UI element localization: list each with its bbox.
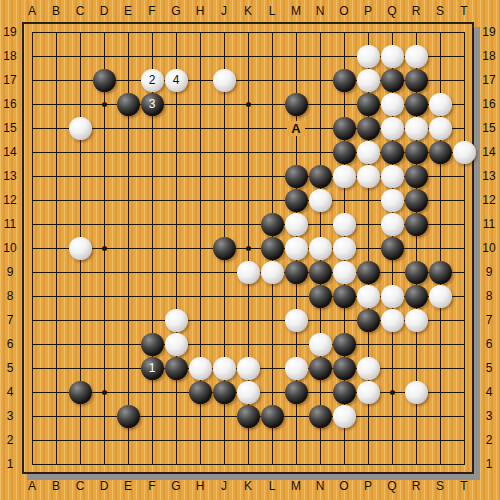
stone-white-P4[interactable]: [357, 381, 380, 404]
move-number-1: 1: [141, 357, 164, 380]
hoshi-Q4: [390, 390, 395, 395]
stone-white-O13[interactable]: [333, 165, 356, 188]
coord-bottom-R: R: [407, 479, 425, 493]
stone-white-S8[interactable]: [429, 285, 452, 308]
stone-black-S14[interactable]: [429, 141, 452, 164]
coord-top-F: F: [143, 4, 161, 18]
stone-white-Q18[interactable]: [381, 45, 404, 68]
stone-white-M10[interactable]: [285, 237, 308, 260]
stone-white-P17[interactable]: [357, 69, 380, 92]
stone-white-M5[interactable]: [285, 357, 308, 380]
stone-white-Q12[interactable]: [381, 189, 404, 212]
coord-top-B: B: [47, 4, 65, 18]
stone-black-M13[interactable]: [285, 165, 308, 188]
coord-left-3: 3: [0, 409, 20, 423]
stone-white-O9[interactable]: [333, 261, 356, 284]
stone-white-N6[interactable]: [309, 333, 332, 356]
coord-right-17: 17: [479, 73, 499, 87]
stone-black-M12[interactable]: [285, 189, 308, 212]
stone-black-Q10[interactable]: [381, 237, 404, 260]
coord-right-13: 13: [479, 169, 499, 183]
coord-top-T: T: [455, 4, 473, 18]
coord-bottom-B: B: [47, 479, 65, 493]
stone-white-Q7[interactable]: [381, 309, 404, 332]
stone-black-M4[interactable]: [285, 381, 308, 404]
point-label-A: A: [287, 121, 305, 136]
coord-bottom-K: K: [239, 479, 257, 493]
stone-black-F5[interactable]: 1: [141, 357, 164, 380]
grid-line-horizontal: [32, 344, 465, 345]
stone-white-R7[interactable]: [405, 309, 428, 332]
stone-black-J4[interactable]: [213, 381, 236, 404]
coord-right-14: 14: [479, 145, 499, 159]
stone-white-S16[interactable]: [429, 93, 452, 116]
coord-right-8: 8: [479, 289, 499, 303]
coord-right-19: 19: [479, 25, 499, 39]
move-number-2: 2: [141, 69, 164, 92]
stone-black-R12[interactable]: [405, 189, 428, 212]
coord-bottom-C: C: [71, 479, 89, 493]
stone-white-Q8[interactable]: [381, 285, 404, 308]
stone-black-R11[interactable]: [405, 213, 428, 236]
stone-white-Q16[interactable]: [381, 93, 404, 116]
coord-bottom-H: H: [191, 479, 209, 493]
coord-top-J: J: [215, 4, 233, 18]
stone-black-R8[interactable]: [405, 285, 428, 308]
coord-top-G: G: [167, 4, 185, 18]
coord-right-5: 5: [479, 361, 499, 375]
stone-white-N10[interactable]: [309, 237, 332, 260]
hoshi-D10: [102, 246, 107, 251]
hoshi-D4: [102, 390, 107, 395]
coord-top-R: R: [407, 4, 425, 18]
stone-black-R9[interactable]: [405, 261, 428, 284]
coord-right-3: 3: [479, 409, 499, 423]
coord-left-7: 7: [0, 313, 20, 327]
coord-top-N: N: [311, 4, 329, 18]
coord-right-18: 18: [479, 49, 499, 63]
coord-top-O: O: [335, 4, 353, 18]
stone-white-O3[interactable]: [333, 405, 356, 428]
coord-bottom-F: F: [143, 479, 161, 493]
stone-black-R17[interactable]: [405, 69, 428, 92]
coord-right-16: 16: [479, 97, 499, 111]
stone-black-E16[interactable]: [117, 93, 140, 116]
coord-left-14: 14: [0, 145, 20, 159]
stone-black-O6[interactable]: [333, 333, 356, 356]
stone-black-K3[interactable]: [237, 405, 260, 428]
stone-black-O5[interactable]: [333, 357, 356, 380]
stone-white-G17[interactable]: 4: [165, 69, 188, 92]
stone-black-O15[interactable]: [333, 117, 356, 140]
coord-left-10: 10: [0, 241, 20, 255]
stone-black-L11[interactable]: [261, 213, 284, 236]
stone-black-Q17[interactable]: [381, 69, 404, 92]
stone-black-H4[interactable]: [189, 381, 212, 404]
stone-black-E3[interactable]: [117, 405, 140, 428]
stone-black-F6[interactable]: [141, 333, 164, 356]
coord-left-9: 9: [0, 265, 20, 279]
stone-white-M11[interactable]: [285, 213, 308, 236]
coord-bottom-M: M: [287, 479, 305, 493]
stone-white-P18[interactable]: [357, 45, 380, 68]
stone-black-O4[interactable]: [333, 381, 356, 404]
stone-white-P13[interactable]: [357, 165, 380, 188]
stone-black-R16[interactable]: [405, 93, 428, 116]
stone-black-R13[interactable]: [405, 165, 428, 188]
stone-white-O11[interactable]: [333, 213, 356, 236]
coord-bottom-S: S: [431, 479, 449, 493]
stone-white-T14[interactable]: [453, 141, 476, 164]
coord-right-12: 12: [479, 193, 499, 207]
coord-left-15: 15: [0, 121, 20, 135]
stone-white-R4[interactable]: [405, 381, 428, 404]
stone-black-F16[interactable]: 3: [141, 93, 164, 116]
coord-right-10: 10: [479, 241, 499, 255]
stone-black-Q14[interactable]: [381, 141, 404, 164]
coord-right-4: 4: [479, 385, 499, 399]
coord-bottom-D: D: [95, 479, 113, 493]
stone-black-P16[interactable]: [357, 93, 380, 116]
hoshi-K10: [246, 246, 251, 251]
coord-bottom-Q: Q: [383, 479, 401, 493]
stone-black-N3[interactable]: [309, 405, 332, 428]
move-number-3: 3: [141, 93, 164, 116]
coord-bottom-G: G: [167, 479, 185, 493]
stone-white-K5[interactable]: [237, 357, 260, 380]
coord-right-9: 9: [479, 265, 499, 279]
coord-top-C: C: [71, 4, 89, 18]
stone-black-O8[interactable]: [333, 285, 356, 308]
coord-bottom-O: O: [335, 479, 353, 493]
coord-top-D: D: [95, 4, 113, 18]
stone-white-N12[interactable]: [309, 189, 332, 212]
coord-left-16: 16: [0, 97, 20, 111]
stone-white-M7[interactable]: [285, 309, 308, 332]
coord-left-1: 1: [0, 457, 20, 471]
coord-left-4: 4: [0, 385, 20, 399]
stone-white-G7[interactable]: [165, 309, 188, 332]
stone-white-O10[interactable]: [333, 237, 356, 260]
hoshi-D16: [102, 102, 107, 107]
coord-left-6: 6: [0, 337, 20, 351]
stone-black-M9[interactable]: [285, 261, 308, 284]
stone-black-N9[interactable]: [309, 261, 332, 284]
stone-white-P5[interactable]: [357, 357, 380, 380]
coord-left-5: 5: [0, 361, 20, 375]
stone-white-G6[interactable]: [165, 333, 188, 356]
stone-white-J5[interactable]: [213, 357, 236, 380]
stone-black-J10[interactable]: [213, 237, 236, 260]
stone-white-C10[interactable]: [69, 237, 92, 260]
stone-white-K4[interactable]: [237, 381, 260, 404]
coord-left-13: 13: [0, 169, 20, 183]
stone-white-C15[interactable]: [69, 117, 92, 140]
coord-top-M: M: [287, 4, 305, 18]
coord-left-17: 17: [0, 73, 20, 87]
stone-white-J17[interactable]: [213, 69, 236, 92]
coord-right-6: 6: [479, 337, 499, 351]
coord-top-P: P: [359, 4, 377, 18]
stone-black-P15[interactable]: [357, 117, 380, 140]
coord-bottom-L: L: [263, 479, 281, 493]
stone-black-C4[interactable]: [69, 381, 92, 404]
coord-bottom-A: A: [23, 479, 41, 493]
stone-black-D17[interactable]: [93, 69, 116, 92]
stone-black-G5[interactable]: [165, 357, 188, 380]
coord-left-12: 12: [0, 193, 20, 207]
coord-bottom-J: J: [215, 479, 233, 493]
coord-left-18: 18: [0, 49, 20, 63]
stone-black-N5[interactable]: [309, 357, 332, 380]
stone-black-O17[interactable]: [333, 69, 356, 92]
coord-bottom-P: P: [359, 479, 377, 493]
stone-black-M16[interactable]: [285, 93, 308, 116]
coord-right-11: 11: [479, 217, 499, 231]
stone-white-Q13[interactable]: [381, 165, 404, 188]
coord-top-S: S: [431, 4, 449, 18]
stone-white-F17[interactable]: 2: [141, 69, 164, 92]
stone-white-S15[interactable]: [429, 117, 452, 140]
go-diagram-page: AABBCCDDEEFFGGHHJJKKLLMMNNOOPPQQRRSSTT19…: [0, 0, 500, 500]
stone-white-P14[interactable]: [357, 141, 380, 164]
stone-black-P7[interactable]: [357, 309, 380, 332]
coord-top-Q: Q: [383, 4, 401, 18]
grid-line-horizontal: [32, 464, 465, 465]
coord-left-8: 8: [0, 289, 20, 303]
stone-white-R15[interactable]: [405, 117, 428, 140]
stone-black-P9[interactable]: [357, 261, 380, 284]
stone-white-P8[interactable]: [357, 285, 380, 308]
move-number-4: 4: [165, 69, 188, 92]
coord-left-19: 19: [0, 25, 20, 39]
coord-left-11: 11: [0, 217, 20, 231]
stone-black-R14[interactable]: [405, 141, 428, 164]
stone-black-L3[interactable]: [261, 405, 284, 428]
stone-white-R18[interactable]: [405, 45, 428, 68]
coord-top-H: H: [191, 4, 209, 18]
coord-right-2: 2: [479, 433, 499, 447]
stone-white-Q11[interactable]: [381, 213, 404, 236]
stone-white-L9[interactable]: [261, 261, 284, 284]
coord-top-L: L: [263, 4, 281, 18]
stone-black-N13[interactable]: [309, 165, 332, 188]
stone-black-O14[interactable]: [333, 141, 356, 164]
coord-top-K: K: [239, 4, 257, 18]
coord-right-1: 1: [479, 457, 499, 471]
coord-bottom-T: T: [455, 479, 473, 493]
hoshi-K16: [246, 102, 251, 107]
stone-black-L10[interactable]: [261, 237, 284, 260]
grid-line-vertical: [464, 32, 465, 465]
stone-black-S9[interactable]: [429, 261, 452, 284]
coord-bottom-E: E: [119, 479, 137, 493]
stone-black-N8[interactable]: [309, 285, 332, 308]
coord-right-7: 7: [479, 313, 499, 327]
stone-white-Q15[interactable]: [381, 117, 404, 140]
stone-white-H5[interactable]: [189, 357, 212, 380]
coord-top-A: A: [23, 4, 41, 18]
coord-right-15: 15: [479, 121, 499, 135]
grid-line-horizontal: [32, 440, 465, 441]
coord-top-E: E: [119, 4, 137, 18]
stone-white-K9[interactable]: [237, 261, 260, 284]
coord-bottom-N: N: [311, 479, 329, 493]
coord-left-2: 2: [0, 433, 20, 447]
